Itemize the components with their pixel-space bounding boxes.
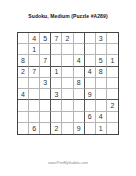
sudoku-cell-r2c7[interactable] xyxy=(85,44,96,55)
sudoku-cell-r5c8[interactable] xyxy=(96,78,107,89)
sudoku-cell-r6c6[interactable] xyxy=(74,89,85,100)
sudoku-cell-r4c4: 1 xyxy=(51,67,62,78)
sudoku-cell-r1c3: 5 xyxy=(40,33,51,44)
sudoku-cell-r7c9: 2 xyxy=(107,100,118,111)
sudoku-cell-r8c7: 6 xyxy=(85,112,96,123)
sudoku-cell-r9c4: 2 xyxy=(51,123,62,134)
sudoku-cell-r5c7[interactable] xyxy=(85,78,96,89)
sudoku-cell-r1c7[interactable] xyxy=(85,33,96,44)
sudoku-cell-r7c3[interactable] xyxy=(40,100,51,111)
sudoku-cell-r3c4[interactable] xyxy=(51,55,62,66)
sudoku-cell-r6c5[interactable] xyxy=(62,89,73,100)
sudoku-cell-r6c2[interactable] xyxy=(29,89,40,100)
sudoku-cell-r4c9[interactable] xyxy=(107,67,118,78)
footer-url: www.PrintMySudoku.com xyxy=(0,161,136,166)
sudoku-cell-r7c2[interactable] xyxy=(29,100,40,111)
sudoku-cell-r9c1[interactable] xyxy=(18,123,29,134)
sudoku-cell-r6c1: 4 xyxy=(18,89,29,100)
sudoku-cell-r4c2: 7 xyxy=(29,67,40,78)
sudoku-cell-r3c8: 5 xyxy=(96,55,107,66)
sudoku-cell-r6c9[interactable] xyxy=(107,89,118,100)
sudoku-cell-r1c6[interactable] xyxy=(74,33,85,44)
puzzle-title: Sudoku, Medium (Puzzle #A289) xyxy=(0,13,136,20)
sudoku-cell-r3c7[interactable] xyxy=(85,55,96,66)
sudoku-cell-r1c8: 3 xyxy=(96,33,107,44)
sudoku-cell-r4c6[interactable] xyxy=(74,67,85,78)
page: Sudoku, Medium (Puzzle #A289) 4572318745… xyxy=(0,0,136,176)
sudoku-cell-r8c8: 4 xyxy=(96,112,107,123)
sudoku-cell-r7c7[interactable] xyxy=(85,100,96,111)
sudoku-cell-r1c1[interactable] xyxy=(18,33,29,44)
sudoku-cell-r6c4: 3 xyxy=(51,89,62,100)
sudoku-cell-r3c9: 1 xyxy=(107,55,118,66)
sudoku-cell-r3c1: 8 xyxy=(18,55,29,66)
sudoku-cell-r7c6[interactable] xyxy=(74,100,85,111)
sudoku-cell-r4c3[interactable] xyxy=(40,67,51,78)
sudoku-cell-r8c4[interactable] xyxy=(51,112,62,123)
sudoku-cell-r8c3[interactable] xyxy=(40,112,51,123)
sudoku-cell-r3c2[interactable] xyxy=(29,55,40,66)
sudoku-cell-r9c2: 6 xyxy=(29,123,40,134)
sudoku-cell-r5c1[interactable] xyxy=(18,78,29,89)
sudoku-cell-r7c1[interactable] xyxy=(18,100,29,111)
sudoku-cell-r8c2[interactable] xyxy=(29,112,40,123)
sudoku-cell-r9c3[interactable] xyxy=(40,123,51,134)
sudoku-cell-r1c5: 2 xyxy=(62,33,73,44)
sudoku-cell-r5c5[interactable] xyxy=(62,78,73,89)
sudoku-cell-r8c6[interactable] xyxy=(74,112,85,123)
sudoku-cell-r9c7[interactable] xyxy=(85,123,96,134)
sudoku-cell-r5c4[interactable] xyxy=(51,78,62,89)
sudoku-cell-r9c8: 1 xyxy=(96,123,107,134)
sudoku-cell-r3c5[interactable] xyxy=(62,55,73,66)
sudoku-cell-r4c5[interactable] xyxy=(62,67,73,78)
sudoku-cell-r5c2[interactable] xyxy=(29,78,40,89)
sudoku-cell-r2c6[interactable] xyxy=(74,44,85,55)
sudoku-cell-r2c8[interactable] xyxy=(96,44,107,55)
sudoku-cell-r9c9[interactable] xyxy=(107,123,118,134)
sudoku-cell-r2c9[interactable] xyxy=(107,44,118,55)
sudoku-cell-r7c8[interactable] xyxy=(96,100,107,111)
sudoku-cell-r2c5[interactable] xyxy=(62,44,73,55)
sudoku-cell-r9c5[interactable] xyxy=(62,123,73,134)
sudoku-cell-r1c4: 7 xyxy=(51,33,62,44)
sudoku-cell-r6c8[interactable] xyxy=(96,89,107,100)
sudoku-cell-r8c9[interactable] xyxy=(107,112,118,123)
sudoku-cell-r2c3[interactable] xyxy=(40,44,51,55)
sudoku-cell-r7c5[interactable] xyxy=(62,100,73,111)
sudoku-cell-r9c6: 9 xyxy=(74,123,85,134)
sudoku-cell-r8c5[interactable] xyxy=(62,112,73,123)
sudoku-cell-r4c1: 2 xyxy=(18,67,29,78)
sudoku-cell-r5c9[interactable] xyxy=(107,78,118,89)
sudoku-cell-r6c3[interactable] xyxy=(40,89,51,100)
sudoku-cell-r3c6: 4 xyxy=(74,55,85,66)
sudoku-cell-r2c2: 1 xyxy=(29,44,40,55)
sudoku-cell-r6c7: 9 xyxy=(85,89,96,100)
sudoku-cell-r4c8: 8 xyxy=(96,67,107,78)
sudoku-cell-r1c9[interactable] xyxy=(107,33,118,44)
sudoku-cell-r5c6: 8 xyxy=(74,78,85,89)
sudoku-cell-r1c2: 4 xyxy=(29,33,40,44)
sudoku-cell-r5c3: 3 xyxy=(40,78,51,89)
sudoku-cell-r2c1[interactable] xyxy=(18,44,29,55)
sudoku-cell-r3c3: 7 xyxy=(40,55,51,66)
sudoku-board: 4572318745127148384392646291 xyxy=(17,32,119,135)
sudoku-cell-r7c4[interactable] xyxy=(51,100,62,111)
sudoku-cell-r4c7: 4 xyxy=(85,67,96,78)
sudoku-cell-r2c4[interactable] xyxy=(51,44,62,55)
sudoku-cell-r8c1[interactable] xyxy=(18,112,29,123)
